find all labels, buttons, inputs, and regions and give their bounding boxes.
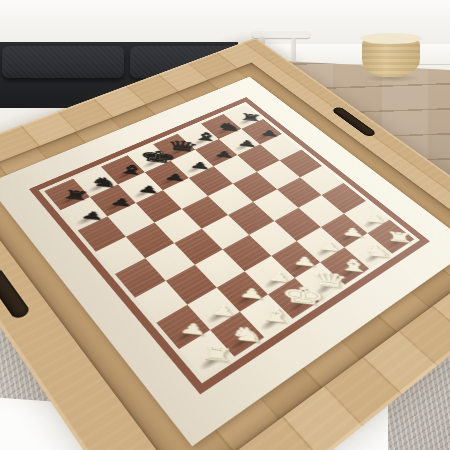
white-rook: ♜ bbox=[199, 344, 234, 365]
white-bishop: ♝ bbox=[257, 305, 294, 327]
white-pawn: ♟ bbox=[341, 226, 365, 239]
piece-shadow bbox=[196, 351, 226, 373]
white-queen: ♛ bbox=[309, 269, 350, 292]
square-d3 bbox=[249, 221, 297, 256]
white-king: ♚ bbox=[280, 283, 326, 310]
white-pawn: ♟ bbox=[238, 286, 265, 301]
square-f5 bbox=[154, 209, 201, 243]
square-f3 bbox=[195, 249, 245, 287]
square-e4 bbox=[202, 215, 249, 249]
tray-top: ♜♞♝♚♛♝♞♜♟♟♟♟♟♟♟♟♟♟♟♟♟♟♟♟♜♞♝♚♛♝♞♜ bbox=[0, 38, 450, 450]
living-room-scene: ♜♞♝♚♛♝♞♜♟♟♟♟♟♟♟♟♟♟♟♟♟♟♟♟♜♞♝♚♛♝♞♜ bbox=[0, 0, 450, 450]
square-g1: ♞ bbox=[210, 312, 264, 357]
square-g5 bbox=[126, 223, 174, 259]
square-b1: ♞ bbox=[344, 233, 392, 269]
black-pawn: ♟ bbox=[108, 196, 134, 208]
perspective-wrapper: ♜♞♝♚♛♝♞♜♟♟♟♟♟♟♟♟♟♟♟♟♟♟♟♟♜♞♝♚♛♝♞♜ bbox=[0, 0, 450, 450]
square-e3 bbox=[223, 235, 272, 271]
piece-shadow bbox=[312, 280, 337, 298]
chess-mat: ♜♞♝♚♛♝♞♜♟♟♟♟♟♟♟♟♟♟♟♟♟♟♟♟♜♞♝♚♛♝♞♜ bbox=[0, 77, 450, 447]
white-pawn: ♟ bbox=[209, 303, 237, 319]
white-pawn: ♟ bbox=[178, 321, 207, 337]
white-pawn: ♟ bbox=[292, 255, 317, 269]
piece-shadow bbox=[287, 258, 312, 275]
piece-shadow bbox=[285, 296, 311, 315]
square-h7: ♟ bbox=[61, 197, 108, 230]
square-h3 bbox=[135, 281, 187, 323]
square-e1: ♚ bbox=[268, 278, 319, 319]
square-g6 bbox=[107, 203, 154, 237]
white-pawn: ♟ bbox=[317, 240, 341, 253]
piece-shadow bbox=[233, 290, 260, 309]
square-d1: ♛ bbox=[295, 262, 345, 301]
piece-shadow bbox=[203, 307, 231, 327]
piece-shadow bbox=[227, 332, 256, 353]
coffee-table: ♜♞♝♚♛♝♞♜♟♟♟♟♟♟♟♟♟♟♟♟♟♟♟♟♜♞♝♚♛♝♞♜ bbox=[0, 0, 450, 450]
tray-handle bbox=[0, 267, 32, 321]
piece-shadow bbox=[337, 264, 362, 281]
piece-shadow bbox=[261, 273, 287, 291]
white-rook: ♜ bbox=[385, 230, 415, 245]
piece-shadow bbox=[313, 243, 337, 259]
white-pawn: ♟ bbox=[266, 270, 291, 284]
